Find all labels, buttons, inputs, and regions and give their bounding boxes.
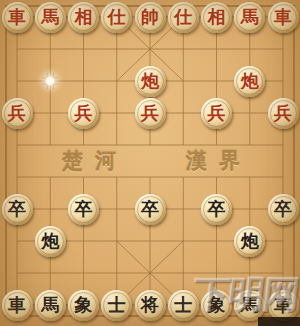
piece-black-soldier[interactable]: 卒 [2,194,33,225]
piece-red-advisor[interactable]: 仕 [101,2,132,33]
piece-black-chariot[interactable]: 車 [268,290,299,321]
piece-black-soldier[interactable]: 卒 [68,194,99,225]
piece-black-advisor[interactable]: 士 [168,290,199,321]
piece-black-soldier[interactable]: 卒 [268,194,299,225]
piece-black-horse[interactable]: 馬 [234,290,265,321]
piece-red-chariot[interactable]: 車 [268,2,299,33]
piece-red-cannon[interactable]: 炮 [135,66,166,97]
piece-red-elephant[interactable]: 相 [201,2,232,33]
piece-red-general[interactable]: 帥 [135,2,166,33]
piece-red-soldier[interactable]: 兵 [2,98,33,129]
xiangqi-board[interactable]: 楚河 漢界 車馬相仕帥仕相馬車炮炮兵兵兵兵兵卒卒卒卒卒炮炮車馬象士将士象馬車 下… [0,0,300,326]
piece-red-advisor[interactable]: 仕 [168,2,199,33]
piece-black-soldier[interactable]: 卒 [201,194,232,225]
board-grid [0,0,300,326]
piece-black-general[interactable]: 将 [135,290,166,321]
piece-red-elephant[interactable]: 相 [68,2,99,33]
piece-black-elephant[interactable]: 象 [68,290,99,321]
piece-black-chariot[interactable]: 車 [2,290,33,321]
piece-red-horse[interactable]: 馬 [35,2,66,33]
piece-red-horse[interactable]: 馬 [234,2,265,33]
piece-black-cannon[interactable]: 炮 [35,226,66,257]
piece-black-soldier[interactable]: 卒 [135,194,166,225]
piece-red-soldier[interactable]: 兵 [201,98,232,129]
piece-black-elephant[interactable]: 象 [201,290,232,321]
piece-black-horse[interactable]: 馬 [35,290,66,321]
piece-red-chariot[interactable]: 車 [2,2,33,33]
piece-black-advisor[interactable]: 士 [101,290,132,321]
piece-black-cannon[interactable]: 炮 [234,226,265,257]
river-label-left: 楚河 [62,147,128,175]
piece-red-soldier[interactable]: 兵 [268,98,299,129]
piece-red-soldier[interactable]: 兵 [68,98,99,129]
piece-red-cannon[interactable]: 炮 [234,66,265,97]
river-label-right: 漢界 [186,147,252,175]
piece-red-soldier[interactable]: 兵 [135,98,166,129]
